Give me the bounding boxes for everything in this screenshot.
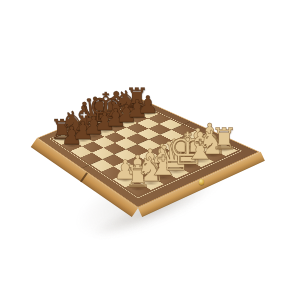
piece-white-rook-h1: ♜ (211, 124, 238, 154)
product-photo-stage: ♜♞♝♛♚♝♞♜♟♟♟♟♟♟♟♟♟♟♟♟♟♟♟♟♜♞♝♛♚♝♞♜ (0, 0, 300, 300)
piece-black-pawn-h7: ♟ (137, 92, 159, 116)
pieces-layer: ♜♞♝♛♚♝♞♜♟♟♟♟♟♟♟♟♟♟♟♟♟♟♟♟♜♞♝♛♚♝♞♜ (0, 0, 300, 300)
